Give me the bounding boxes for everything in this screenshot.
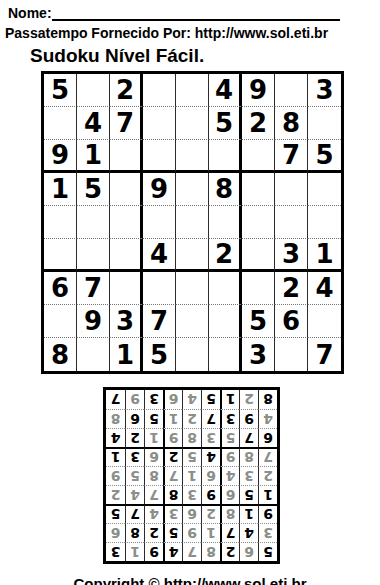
cell-r3c9: 5	[308, 140, 341, 173]
cell-r1c7: 9	[242, 74, 275, 107]
solution-cell-r1c1: 5	[258, 542, 277, 561]
cell-r1c3: 2	[110, 74, 143, 107]
solution-grid-rotated: 5628749133471952869182634751569387422346…	[103, 387, 280, 564]
solution-cell-r4c3: 6	[220, 485, 239, 504]
solution-cell-r5c3: 4	[220, 466, 239, 485]
cell-r2c7: 2	[242, 107, 275, 140]
cell-r5c4[interactable]	[143, 206, 176, 239]
cell-r6c7[interactable]	[242, 239, 275, 272]
cell-r7c6[interactable]	[209, 272, 242, 305]
solution-cell-r4c1: 1	[258, 485, 277, 504]
cell-r2c2: 4	[77, 107, 110, 140]
solution-cell-r9c8: 9	[125, 390, 144, 409]
solution-cell-r5c9: 9	[106, 466, 125, 485]
cell-r1c9: 3	[308, 74, 341, 107]
solution-cell-r6c8: 3	[125, 447, 144, 466]
cell-r5c5[interactable]	[176, 206, 209, 239]
solution-cell-r4c9: 2	[106, 485, 125, 504]
cell-r2c3: 7	[110, 107, 143, 140]
solution-cell-r7c2: 7	[239, 428, 258, 447]
solution-cell-r7c9: 4	[106, 428, 125, 447]
solution-cell-r1c9: 3	[106, 542, 125, 561]
solution-cell-r8c7: 5	[144, 409, 163, 428]
solution-cell-r6c9: 1	[106, 447, 125, 466]
solution-cell-r7c1: 6	[258, 428, 277, 447]
solution-cell-r3c9: 5	[106, 504, 125, 523]
cell-r5c9[interactable]	[308, 206, 341, 239]
solution-cell-r4c2: 5	[239, 485, 258, 504]
name-label: Nome:	[8, 5, 52, 21]
cell-r1c6: 4	[209, 74, 242, 107]
cell-r7c9: 4	[308, 272, 341, 305]
solution-cell-r4c6: 8	[163, 485, 182, 504]
solution-cell-r5c4: 6	[201, 466, 220, 485]
page-title: Sudoku Nível Fácil.	[30, 45, 380, 67]
cell-r4c1: 1	[44, 173, 77, 206]
cell-r1c8[interactable]	[275, 74, 308, 107]
cell-r6c1[interactable]	[44, 239, 77, 272]
cell-r7c5[interactable]	[176, 272, 209, 305]
cell-r6c9: 1	[308, 239, 341, 272]
cell-r6c4: 4	[143, 239, 176, 272]
cell-r2c9[interactable]	[308, 107, 341, 140]
solution-cell-r5c5: 1	[182, 466, 201, 485]
cell-r8c6[interactable]	[209, 305, 242, 338]
cell-r9c3: 1	[110, 338, 143, 371]
solution-cell-r6c5: 5	[182, 447, 201, 466]
cell-r9c4: 5	[143, 338, 176, 371]
cell-r9c8[interactable]	[275, 338, 308, 371]
solution-cell-r8c4: 7	[201, 409, 220, 428]
cell-r9c9: 7	[308, 338, 341, 371]
solution-cell-r9c4: 5	[201, 390, 220, 409]
solution-cell-r8c3: 3	[220, 409, 239, 428]
cell-r9c2[interactable]	[77, 338, 110, 371]
cell-r6c5[interactable]	[176, 239, 209, 272]
solution-cell-r5c6: 7	[163, 466, 182, 485]
solution-cell-r8c5: 2	[182, 409, 201, 428]
cell-r3c4[interactable]	[143, 140, 176, 173]
solution-cell-r2c3: 7	[220, 523, 239, 542]
solution-cell-r1c4: 8	[201, 542, 220, 561]
solution-cell-r1c7: 9	[144, 542, 163, 561]
solution-cell-r1c8: 1	[125, 542, 144, 561]
cell-r9c6[interactable]	[209, 338, 242, 371]
cell-r1c4[interactable]	[143, 74, 176, 107]
cell-r6c2[interactable]	[77, 239, 110, 272]
solution-cell-r3c8: 7	[125, 504, 144, 523]
solution-cell-r8c2: 9	[239, 409, 258, 428]
sudoku-worksheet: Nome: Passatempo Fornecido Por: http://w…	[0, 0, 380, 585]
cell-r2c5[interactable]	[176, 107, 209, 140]
cell-r4c2: 5	[77, 173, 110, 206]
cell-r7c4[interactable]	[143, 272, 176, 305]
cell-r7c7[interactable]	[242, 272, 275, 305]
cell-r9c1: 8	[44, 338, 77, 371]
cell-r8c9[interactable]	[308, 305, 341, 338]
cell-r3c3[interactable]	[110, 140, 143, 173]
solution-cell-r8c1: 4	[258, 409, 277, 428]
solution-cell-r9c9: 7	[106, 390, 125, 409]
solution-cell-r6c2: 8	[239, 447, 258, 466]
solution-cell-r3c4: 2	[201, 504, 220, 523]
solution-cell-r6c3: 9	[220, 447, 239, 466]
solution-cell-r2c1: 3	[258, 523, 277, 542]
cell-r2c1[interactable]	[44, 107, 77, 140]
solution-cell-r3c2: 1	[239, 504, 258, 523]
solution-cell-r7c7: 1	[144, 428, 163, 447]
solution-cell-r6c7: 6	[144, 447, 163, 466]
solution-cell-r1c6: 4	[163, 542, 182, 561]
solution-cell-r3c6: 3	[163, 504, 182, 523]
cell-r8c8: 6	[275, 305, 308, 338]
solution-cell-r9c2: 2	[239, 390, 258, 409]
solution-cell-r1c3: 2	[220, 542, 239, 561]
cell-r6c8: 3	[275, 239, 308, 272]
cell-r2c8: 8	[275, 107, 308, 140]
cell-r8c4: 7	[143, 305, 176, 338]
cell-r3c6[interactable]	[209, 140, 242, 173]
cell-r5c7[interactable]	[242, 206, 275, 239]
cell-r4c9[interactable]	[308, 173, 341, 206]
solution-cell-r4c5: 3	[182, 485, 201, 504]
cell-r4c5[interactable]	[176, 173, 209, 206]
solution-cell-r7c3: 5	[220, 428, 239, 447]
cell-r5c1[interactable]	[44, 206, 77, 239]
solution-cell-r3c5: 6	[182, 504, 201, 523]
solution-cell-r5c8: 5	[125, 466, 144, 485]
solution-cell-r5c7: 8	[144, 466, 163, 485]
cell-r3c2: 1	[77, 140, 110, 173]
sudoku-grid: 524934752891751598423167249375681537	[41, 71, 344, 374]
solution-cell-r8c6: 1	[163, 409, 182, 428]
solution-cell-r9c6: 6	[163, 390, 182, 409]
cell-r8c5[interactable]	[176, 305, 209, 338]
cell-r4c7[interactable]	[242, 173, 275, 206]
solution-cell-r5c2: 3	[239, 466, 258, 485]
name-line: Nome:	[0, 0, 380, 21]
solution-cell-r6c1: 7	[258, 447, 277, 466]
solution-cell-r2c2: 4	[239, 523, 258, 542]
cell-r8c7: 5	[242, 305, 275, 338]
solution-cell-r7c5: 8	[182, 428, 201, 447]
cell-r9c5[interactable]	[176, 338, 209, 371]
solution-cell-r9c5: 4	[182, 390, 201, 409]
solution-cell-r4c8: 4	[125, 485, 144, 504]
cell-r3c8: 7	[275, 140, 308, 173]
solution-cell-r4c7: 7	[144, 485, 163, 504]
solution-cell-r1c5: 7	[182, 542, 201, 561]
copyright-line: Copyright © http://www.sol.eti.br	[0, 575, 380, 585]
cell-r4c8[interactable]	[275, 173, 308, 206]
solution-cell-r2c4: 1	[201, 523, 220, 542]
cell-r7c8: 2	[275, 272, 308, 305]
cell-r7c1: 6	[44, 272, 77, 305]
cell-r8c2: 9	[77, 305, 110, 338]
cell-r3c5[interactable]	[176, 140, 209, 173]
solution-cell-r7c6: 9	[163, 428, 182, 447]
solution-cell-r7c8: 2	[125, 428, 144, 447]
solution-cell-r6c6: 2	[163, 447, 182, 466]
solution-cell-r5c1: 2	[258, 466, 277, 485]
solution-cell-r2c7: 2	[144, 523, 163, 542]
cell-r6c3[interactable]	[110, 239, 143, 272]
solution-cell-r8c9: 8	[106, 409, 125, 428]
cell-r4c4: 9	[143, 173, 176, 206]
solution-cell-r2c9: 6	[106, 523, 125, 542]
cell-r7c3[interactable]	[110, 272, 143, 305]
solution-cell-r9c3: 1	[220, 390, 239, 409]
cell-r8c1[interactable]	[44, 305, 77, 338]
cell-r5c6[interactable]	[209, 206, 242, 239]
cell-r2c4[interactable]	[143, 107, 176, 140]
cell-r3c1: 9	[44, 140, 77, 173]
cell-r2c6: 5	[209, 107, 242, 140]
solution-cell-r6c4: 4	[201, 447, 220, 466]
cell-r5c2[interactable]	[77, 206, 110, 239]
solution-cell-r2c6: 5	[163, 523, 182, 542]
solution-cell-r9c1: 8	[258, 390, 277, 409]
cell-r9c7: 3	[242, 338, 275, 371]
cell-r1c2[interactable]	[77, 74, 110, 107]
cell-r4c3[interactable]	[110, 173, 143, 206]
cell-r6c6: 2	[209, 239, 242, 272]
cell-r4c6: 8	[209, 173, 242, 206]
solution-cell-r3c7: 4	[144, 504, 163, 523]
cell-r7c2: 7	[77, 272, 110, 305]
cell-r3c7[interactable]	[242, 140, 275, 173]
solution-cell-r3c3: 8	[220, 504, 239, 523]
solution-cell-r8c8: 6	[125, 409, 144, 428]
solution-cell-r3c1: 9	[258, 504, 277, 523]
cell-r8c3: 3	[110, 305, 143, 338]
solution-cell-r1c2: 6	[239, 542, 258, 561]
provided-by-line: Passatempo Fornecido Por: http://www.sol…	[5, 25, 380, 41]
solution-cell-r2c5: 9	[182, 523, 201, 542]
solution-cell-r4c4: 9	[201, 485, 220, 504]
solution-cell-r7c4: 3	[201, 428, 220, 447]
solution-cell-r2c8: 8	[125, 523, 144, 542]
name-write-line[interactable]	[52, 6, 340, 21]
cell-r5c8[interactable]	[275, 206, 308, 239]
cell-r5c3[interactable]	[110, 206, 143, 239]
solution-cell-r9c7: 3	[144, 390, 163, 409]
cell-r1c1: 5	[44, 74, 77, 107]
cell-r1c5[interactable]	[176, 74, 209, 107]
